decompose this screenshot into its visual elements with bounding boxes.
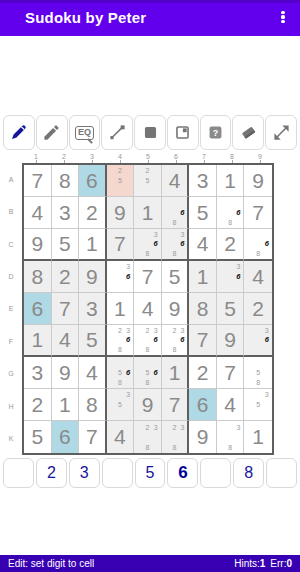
cell-D9[interactable]: 4 (244, 261, 272, 293)
cell-E5[interactable]: 4 (134, 293, 162, 325)
pencil-slot (262, 409, 271, 419)
pencil-slot (152, 432, 160, 442)
cell-F5[interactable]: 2368 (134, 325, 162, 357)
cell-value: 1 (169, 361, 181, 385)
cell-B4[interactable]: 9 (107, 197, 135, 229)
chain-line-tool-button[interactable] (101, 115, 133, 150)
cell-value: 5 (59, 232, 71, 256)
pencil-mark-8: 8 (116, 377, 124, 387)
pencil-slot (226, 208, 234, 218)
pencil-mark-6: 6 (234, 208, 242, 218)
cell-value: 4 (114, 425, 126, 449)
pencil-mark-3: 3 (124, 262, 132, 272)
pencil-mark-3: 3 (234, 422, 242, 432)
pencil-marks: 25 (107, 165, 134, 196)
pencil-slot (262, 345, 271, 354)
pencil-mark-8: 8 (254, 377, 263, 387)
pencil-slot (171, 432, 179, 442)
eraser-icon (239, 123, 258, 142)
cell-F9[interactable]: 36 (244, 325, 272, 357)
pencil-slot (245, 377, 254, 387)
pencil-mark-3: 3 (234, 262, 242, 272)
cell-D2[interactable]: 2 (52, 261, 80, 293)
cell-F1[interactable]: 1 (24, 325, 52, 357)
pencil-slot (108, 377, 116, 387)
row-label-E: E (0, 293, 22, 325)
cell-value: 7 (86, 425, 98, 449)
cell-C2[interactable]: 5 (52, 229, 80, 261)
cell-value: 2 (31, 393, 43, 417)
pencil-slot (143, 230, 151, 239)
status-message: Edit: set digit to cell (8, 558, 94, 569)
cell-H4[interactable]: 35 (107, 389, 135, 421)
cell-value: 4 (169, 169, 181, 193)
cell-K6[interactable]: 238 (162, 421, 190, 453)
cell-C7[interactable]: 4 (189, 229, 217, 261)
pencil-slot (124, 176, 132, 186)
pencil-mark-8: 8 (254, 249, 263, 258)
column-label-4: 4 (106, 151, 134, 162)
find-equal-tool-button[interactable]: EQ (69, 115, 101, 150)
pen-tool-button[interactable] (3, 115, 35, 150)
pencil-mark-8: 8 (143, 442, 151, 452)
pencil-mark-3: 3 (152, 326, 160, 335)
cell-K1[interactable]: 5 (24, 421, 52, 453)
cell-value: 8 (31, 265, 43, 289)
pencil-marks: 25 (134, 165, 161, 196)
pencil-slot (124, 166, 132, 176)
cell-value: 4 (197, 232, 209, 256)
pencil-slot (108, 409, 116, 419)
pencil-mark-2: 2 (171, 422, 179, 432)
cell-value: 5 (224, 297, 236, 321)
pencil-slot (171, 335, 179, 344)
cell-value: 9 (252, 169, 264, 193)
cell-value: 3 (31, 361, 43, 385)
cell-E6[interactable]: 9 (162, 293, 190, 325)
pencil-slot (163, 230, 171, 239)
cell-value: 9 (31, 232, 43, 256)
pencil-slot (143, 185, 151, 195)
cell-E9[interactable]: 2 (244, 293, 272, 325)
pencil-marks: 68 (217, 197, 244, 228)
cell-K4[interactable]: 4 (107, 421, 135, 453)
pencil-mark-6: 6 (178, 239, 186, 248)
pencil-marks: 368 (134, 229, 161, 259)
cell-value: 7 (142, 265, 154, 289)
pencil-slot (254, 358, 263, 368)
cell-C6[interactable]: 368 (162, 229, 190, 261)
digit-button-7[interactable] (200, 458, 231, 488)
pencil-slot (135, 239, 143, 248)
pencil-slot (152, 166, 160, 176)
pencil-slot (108, 185, 116, 195)
cell-G9[interactable]: 58 (244, 357, 272, 389)
pencil-slot (245, 239, 254, 248)
cell-value: 5 (86, 328, 98, 352)
pencil-mark-5: 5 (254, 368, 263, 378)
cell-D4[interactable]: 36 (107, 261, 135, 293)
cell-value: 2 (252, 297, 264, 321)
pencil-mark-8: 8 (171, 249, 179, 258)
pencil-slot (163, 442, 171, 452)
pencil-mark-3: 3 (262, 390, 271, 400)
pencil-slot (218, 442, 226, 452)
cell-C8[interactable]: 2 (217, 229, 245, 261)
overflow-menu-icon[interactable] (278, 9, 288, 27)
pencil-mark-6: 6 (178, 335, 186, 344)
pencil-slot (135, 422, 143, 432)
cell-C5[interactable]: 368 (134, 229, 162, 261)
pencil-slot (108, 400, 116, 410)
pencil-slot (152, 442, 160, 452)
cell-value: 9 (86, 265, 98, 289)
pencil-slot (262, 377, 271, 387)
cell-value: 5 (197, 201, 209, 225)
pencil-slot (163, 198, 171, 208)
cell-value: 9 (224, 328, 236, 352)
pencil-mark-2: 2 (143, 422, 151, 432)
cell-K7[interactable]: 9 (189, 421, 217, 453)
cell-C1[interactable]: 9 (24, 229, 52, 261)
pencil-slot (135, 442, 143, 452)
row-label-C: C (0, 228, 22, 260)
pencil-slot (254, 390, 263, 400)
digit-button-4[interactable] (102, 458, 133, 488)
cell-value: 5 (169, 265, 181, 289)
cell-C9[interactable]: 68 (244, 229, 272, 261)
digit-button-9[interactable] (266, 458, 297, 488)
pencil-marks: 368 (162, 229, 188, 259)
cell-A4[interactable]: 25 (107, 165, 135, 197)
corner-mark-tool-button[interactable] (167, 115, 199, 150)
cell-D6[interactable]: 5 (162, 261, 190, 293)
cell-E8[interactable]: 5 (217, 293, 245, 325)
pencil-slot (124, 345, 132, 354)
pencil-slot (124, 409, 132, 419)
pencil-slot (135, 185, 143, 195)
pencil-slot (245, 368, 254, 378)
cell-B9[interactable]: 7 (244, 197, 272, 229)
cell-F8[interactable]: 9 (217, 325, 245, 357)
cell-G7[interactable]: 2 (189, 357, 217, 389)
pencil-marks: 238 (134, 421, 161, 453)
cell-value: 9 (114, 201, 126, 225)
cell-A3[interactable]: 6 (79, 165, 107, 197)
cell-E3[interactable]: 3 (79, 293, 107, 325)
pencil-slot (262, 368, 271, 378)
cell-value: 8 (86, 393, 98, 417)
digit-button-1[interactable] (3, 458, 34, 488)
cell-B7[interactable]: 5 (189, 197, 217, 229)
pencil-slot (245, 335, 254, 344)
pencil-slot (116, 185, 124, 195)
cell-B3[interactable]: 2 (79, 197, 107, 229)
hints-label: Hints: (234, 558, 260, 569)
cell-C3[interactable]: 1 (79, 229, 107, 261)
cell-H7[interactable]: 6 (189, 389, 217, 421)
pencil-slot (135, 377, 143, 387)
cell-D8[interactable]: 36 (217, 261, 245, 293)
cell-value: 9 (59, 361, 71, 385)
cell-G3[interactable]: 4 (79, 357, 107, 389)
row-label-A: A (0, 163, 22, 195)
pencil-slot (178, 198, 186, 208)
pencil-mark-8: 8 (116, 345, 124, 354)
cell-A9[interactable]: 9 (244, 165, 272, 197)
pencil-mark-5: 5 (254, 400, 263, 410)
cell-G6[interactable]: 1 (162, 357, 190, 389)
pencil-slot (108, 390, 116, 400)
pencil-marks: 36 (217, 261, 244, 292)
cell-E4[interactable]: 1 (107, 293, 135, 325)
cell-K3[interactable]: 7 (79, 421, 107, 453)
pencil-slot (152, 345, 160, 354)
err-value: 0 (286, 558, 292, 569)
pencil-slot (171, 208, 179, 218)
pencil-slot (135, 335, 143, 344)
cell-H1[interactable]: 2 (24, 389, 52, 421)
cell-A5[interactable]: 25 (134, 165, 162, 197)
pencil-mark-8: 8 (143, 249, 151, 258)
row-label-H: H (0, 390, 22, 422)
cell-H6[interactable]: 7 (162, 389, 190, 421)
pencil-slot (108, 326, 116, 335)
cell-value: 3 (197, 169, 209, 193)
pencil-slot (124, 400, 132, 410)
cell-value: 7 (169, 393, 181, 417)
pencil-marks: 36 (244, 325, 272, 355)
pencil-mark-6: 6 (152, 335, 160, 344)
pencil-slot (135, 368, 143, 378)
hints-value: 1 (260, 558, 266, 569)
fill-cell-icon (141, 123, 160, 142)
cell-D7[interactable]: 1 (189, 261, 217, 293)
pencil-slot (171, 239, 179, 248)
cell-C4[interactable]: 7 (107, 229, 135, 261)
pencil-mark-5: 5 (143, 176, 151, 186)
pencil-slot (108, 281, 116, 291)
cell-H5[interactable]: 9 (134, 389, 162, 421)
cell-F7[interactable]: 7 (189, 325, 217, 357)
pencil-slot (163, 208, 171, 218)
pencil-slot (124, 377, 132, 387)
cell-E1[interactable]: 6 (24, 293, 52, 325)
cell-E7[interactable]: 8 (189, 293, 217, 325)
pencil-marks: 35 (107, 389, 134, 420)
cell-B8[interactable]: 68 (217, 197, 245, 229)
cell-value: 7 (252, 201, 264, 225)
pencil-marks: 568 (107, 357, 134, 388)
pencil-slot (152, 358, 160, 368)
pencil-slot (178, 249, 186, 258)
cell-B2[interactable]: 3 (52, 197, 80, 229)
cell-value: 4 (142, 297, 154, 321)
pencil-marks: 2368 (162, 325, 188, 355)
cell-value: 1 (142, 201, 154, 225)
app-screen: Sudoku by Peter EQ? 123456789 ABCDEFGHK … (0, 0, 300, 572)
cell-K9[interactable]: 1 (244, 421, 272, 453)
pencil-slot (135, 176, 143, 186)
pencil-icon (42, 123, 61, 142)
pencil-slot (226, 422, 234, 432)
cell-value: 1 (252, 425, 264, 449)
cell-K2[interactable]: 6 (52, 421, 80, 453)
cell-B1[interactable]: 4 (24, 197, 52, 229)
pencil-slot (218, 262, 226, 272)
pencil-slot (143, 239, 151, 248)
android-status-strip (0, 0, 300, 3)
pencil-slot (108, 345, 116, 354)
sudoku-grid: 7862525431943291685687951736836842688293… (22, 163, 274, 455)
cell-value: 8 (59, 169, 71, 193)
pencil-slot (218, 422, 226, 432)
cell-A1[interactable]: 7 (24, 165, 52, 197)
pencil-tool-button[interactable] (36, 115, 68, 150)
pencil-mark-5: 5 (143, 368, 151, 378)
pencil-slot (254, 345, 263, 354)
cell-H8[interactable]: 4 (217, 389, 245, 421)
cell-F2[interactable]: 4 (52, 325, 80, 357)
pencil-slot (143, 335, 151, 344)
cell-value: 7 (59, 297, 71, 321)
pencil-slot (116, 281, 124, 291)
cell-F4[interactable]: 2368 (107, 325, 135, 357)
digit-button-3[interactable]: 3 (69, 458, 100, 488)
cell-D1[interactable]: 8 (24, 261, 52, 293)
toolbar: EQ? (3, 115, 297, 150)
cell-E2[interactable]: 7 (52, 293, 80, 325)
cell-A7[interactable]: 3 (189, 165, 217, 197)
cell-H2[interactable]: 1 (52, 389, 80, 421)
cell-B6[interactable]: 68 (162, 197, 190, 229)
cell-G5[interactable]: 568 (134, 357, 162, 389)
pencil-marks: 2368 (134, 325, 161, 355)
cell-G2[interactable]: 9 (52, 357, 80, 389)
pencil-mark-3: 3 (178, 326, 186, 335)
pencil-slot (163, 422, 171, 432)
pencil-marks: 38 (217, 421, 244, 453)
cell-F3[interactable]: 5 (79, 325, 107, 357)
cell-D5[interactable]: 7 (134, 261, 162, 293)
digit-button-6[interactable]: 6 (167, 458, 198, 488)
pencil-slot (254, 335, 263, 344)
cell-value: 2 (224, 232, 236, 256)
pencil-slot (135, 432, 143, 442)
pencil-slot (108, 335, 116, 344)
pencil-slot (234, 432, 242, 442)
pencil-slot (163, 335, 171, 344)
pencil-slot (163, 249, 171, 258)
pencil-slot (163, 239, 171, 248)
pencil-slot (171, 230, 179, 239)
pencil-mark-8: 8 (171, 442, 179, 452)
eq-text: EQ (75, 126, 94, 140)
row-label-D: D (0, 260, 22, 292)
eraser-tool-button[interactable] (232, 115, 264, 150)
cell-value: 6 (31, 297, 43, 321)
cell-value: 2 (197, 361, 209, 385)
column-label-6: 6 (162, 151, 190, 162)
pencil-slot (234, 198, 242, 208)
cell-value: 2 (59, 265, 71, 289)
pencil-slot (135, 166, 143, 176)
counters: Hints:1Err:0 (234, 558, 292, 569)
pencil-marks: 238 (162, 421, 188, 453)
cell-value: 9 (169, 297, 181, 321)
cell-value: 4 (86, 361, 98, 385)
pencil-marks: 568 (134, 357, 161, 388)
cell-A6[interactable]: 4 (162, 165, 190, 197)
pencil-mark-3: 3 (124, 326, 132, 335)
pencil-slot (108, 176, 116, 186)
cell-G8[interactable]: 7 (217, 357, 245, 389)
pencil-mark-8: 8 (226, 442, 234, 452)
cell-value: 6 (59, 425, 71, 449)
cell-A8[interactable]: 1 (217, 165, 245, 197)
cell-H9[interactable]: 35 (244, 389, 272, 421)
cell-H3[interactable]: 8 (79, 389, 107, 421)
digit-button-8[interactable]: 8 (233, 458, 264, 488)
cell-D3[interactable]: 9 (79, 261, 107, 293)
cell-A2[interactable]: 8 (52, 165, 80, 197)
row-label-K: K (0, 423, 22, 455)
pencil-mark-2: 2 (116, 326, 124, 335)
cell-value: 1 (31, 328, 43, 352)
fill-cell-tool-button[interactable] (134, 115, 166, 150)
cell-G1[interactable]: 3 (24, 357, 52, 389)
pencil-slot (124, 281, 132, 291)
pencil-slot (254, 230, 263, 239)
cell-value: 4 (224, 393, 236, 417)
pencil-slot (226, 198, 234, 208)
pencil-mark-2: 2 (171, 326, 179, 335)
cell-B5[interactable]: 1 (134, 197, 162, 229)
pencil-marks: 35 (244, 389, 272, 420)
pencil-slot (135, 326, 143, 335)
cell-value: 2 (86, 201, 98, 225)
pencil-slot (218, 208, 226, 218)
cell-value: 4 (252, 265, 264, 289)
pencil-slot (124, 358, 132, 368)
pencil-slot (135, 345, 143, 354)
pencil-mark-8: 8 (171, 217, 179, 227)
pencil-slot (124, 185, 132, 195)
pencil-mark-3: 3 (152, 422, 160, 432)
find-equal-icon: EQ (75, 126, 94, 140)
cell-F6[interactable]: 2368 (162, 325, 190, 357)
cell-K8[interactable]: 38 (217, 421, 245, 453)
hint-tool-button[interactable]: ? (200, 115, 232, 150)
column-label-8: 8 (218, 151, 246, 162)
pencil-slot (163, 217, 171, 227)
pencil-slot (226, 272, 234, 282)
pencil-mark-3: 3 (152, 230, 160, 239)
cell-G4[interactable]: 568 (107, 357, 135, 389)
cell-K5[interactable]: 238 (134, 421, 162, 453)
fullscreen-tool-button[interactable] (265, 115, 297, 150)
pencil-slot (152, 185, 160, 195)
digit-button-2[interactable]: 2 (36, 458, 67, 488)
pencil-mark-5: 5 (116, 400, 124, 410)
pencil-slot (234, 281, 242, 291)
pencil-slot (254, 409, 263, 419)
pencil-mark-6: 6 (152, 368, 160, 378)
pencil-slot (135, 230, 143, 239)
digit-button-5[interactable]: 5 (135, 458, 166, 488)
cell-value: 9 (197, 425, 209, 449)
pencil-slot (116, 262, 124, 272)
